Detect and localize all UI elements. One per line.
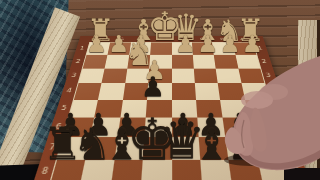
- board-square-b3[interactable]: [215, 68, 240, 83]
- board-square-g4[interactable]: [98, 83, 125, 99]
- rank-label-left-3: 3: [70, 73, 76, 78]
- video-frame: HHGGFFEEDDCCBBAA1122334455667788 ♜♞♝♛♚♝♜…: [0, 0, 320, 180]
- chess-piece-white-P-h2[interactable]: ♟: [86, 33, 107, 56]
- chess-piece-white-P-c2[interactable]: ♟: [198, 33, 219, 56]
- rank-label-right-2: 2: [261, 59, 267, 63]
- rank-label-left-1: 1: [79, 46, 85, 50]
- chess-piece-white-P-a2[interactable]: ♟: [242, 33, 263, 56]
- board-square-c3[interactable]: [193, 68, 217, 83]
- board-square-b4[interactable]: [217, 83, 244, 99]
- board-square-d4[interactable]: [171, 83, 195, 99]
- board-square-h4[interactable]: [74, 83, 102, 99]
- board-square-a4[interactable]: [241, 83, 269, 99]
- rank-label-right-4: 4: [269, 88, 276, 93]
- board-square-h3[interactable]: [78, 68, 104, 83]
- chess-piece-white-P-d2[interactable]: ♟: [175, 33, 196, 56]
- chess-piece-black-R-h8[interactable]: ♜: [42, 122, 82, 167]
- board-square-c4[interactable]: [194, 83, 220, 99]
- rank-label-right-3: 3: [265, 73, 271, 78]
- board-square-g3[interactable]: [101, 68, 126, 83]
- board-square-d3[interactable]: [171, 68, 194, 83]
- board-square-a3[interactable]: [238, 68, 264, 83]
- chess-piece-white-P-b2[interactable]: ♟: [220, 33, 241, 56]
- rank-label-left-4: 4: [65, 88, 72, 93]
- rank-label-left-2: 2: [75, 59, 81, 63]
- chess-piece-black-P-e5[interactable]: ♟: [141, 73, 165, 100]
